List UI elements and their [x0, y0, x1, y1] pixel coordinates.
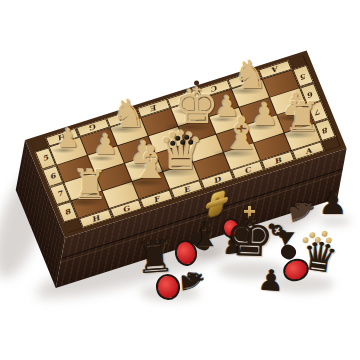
light-rook-h8: ♜	[71, 166, 108, 205]
pawn-glyph: ♟	[56, 123, 79, 153]
bishop-glyph: ♝	[222, 108, 262, 161]
dark-knight-piece: ♞	[177, 266, 208, 295]
light-pawn-g6: ♟	[93, 133, 118, 160]
light-bishop-f8: ♝	[130, 143, 170, 186]
dark-rook-piece: ♜	[134, 235, 176, 279]
light-knight-f5: ♞	[111, 95, 146, 132]
queen-bead-coronet	[168, 133, 194, 146]
dark-pawn-piece: ♟	[257, 267, 285, 296]
light-bishop-c8: ♝	[222, 114, 262, 157]
dark-king-piece: ♚	[225, 211, 275, 264]
rook-glyph: ♜	[71, 161, 108, 209]
rook-glyph: ♜	[284, 93, 321, 141]
dark-pawn-piece: ♟	[319, 188, 348, 218]
light-rook-a8: ♜	[284, 98, 321, 137]
king-finial	[194, 81, 199, 86]
light-knight-b5: ♞	[233, 56, 268, 93]
light-pawn-h5: ♟	[56, 126, 79, 151]
bishop-glyph: ♝	[130, 137, 170, 190]
pawn-glyph: ♟	[93, 129, 118, 162]
product-photo-scene: HGFEDCBA55667788HGFEDCBA ♜♜♝♝♛♚♞♞♟♟♟♟♟♟♟…	[0, 0, 360, 360]
dark-queen-piece: ♛	[300, 236, 341, 279]
